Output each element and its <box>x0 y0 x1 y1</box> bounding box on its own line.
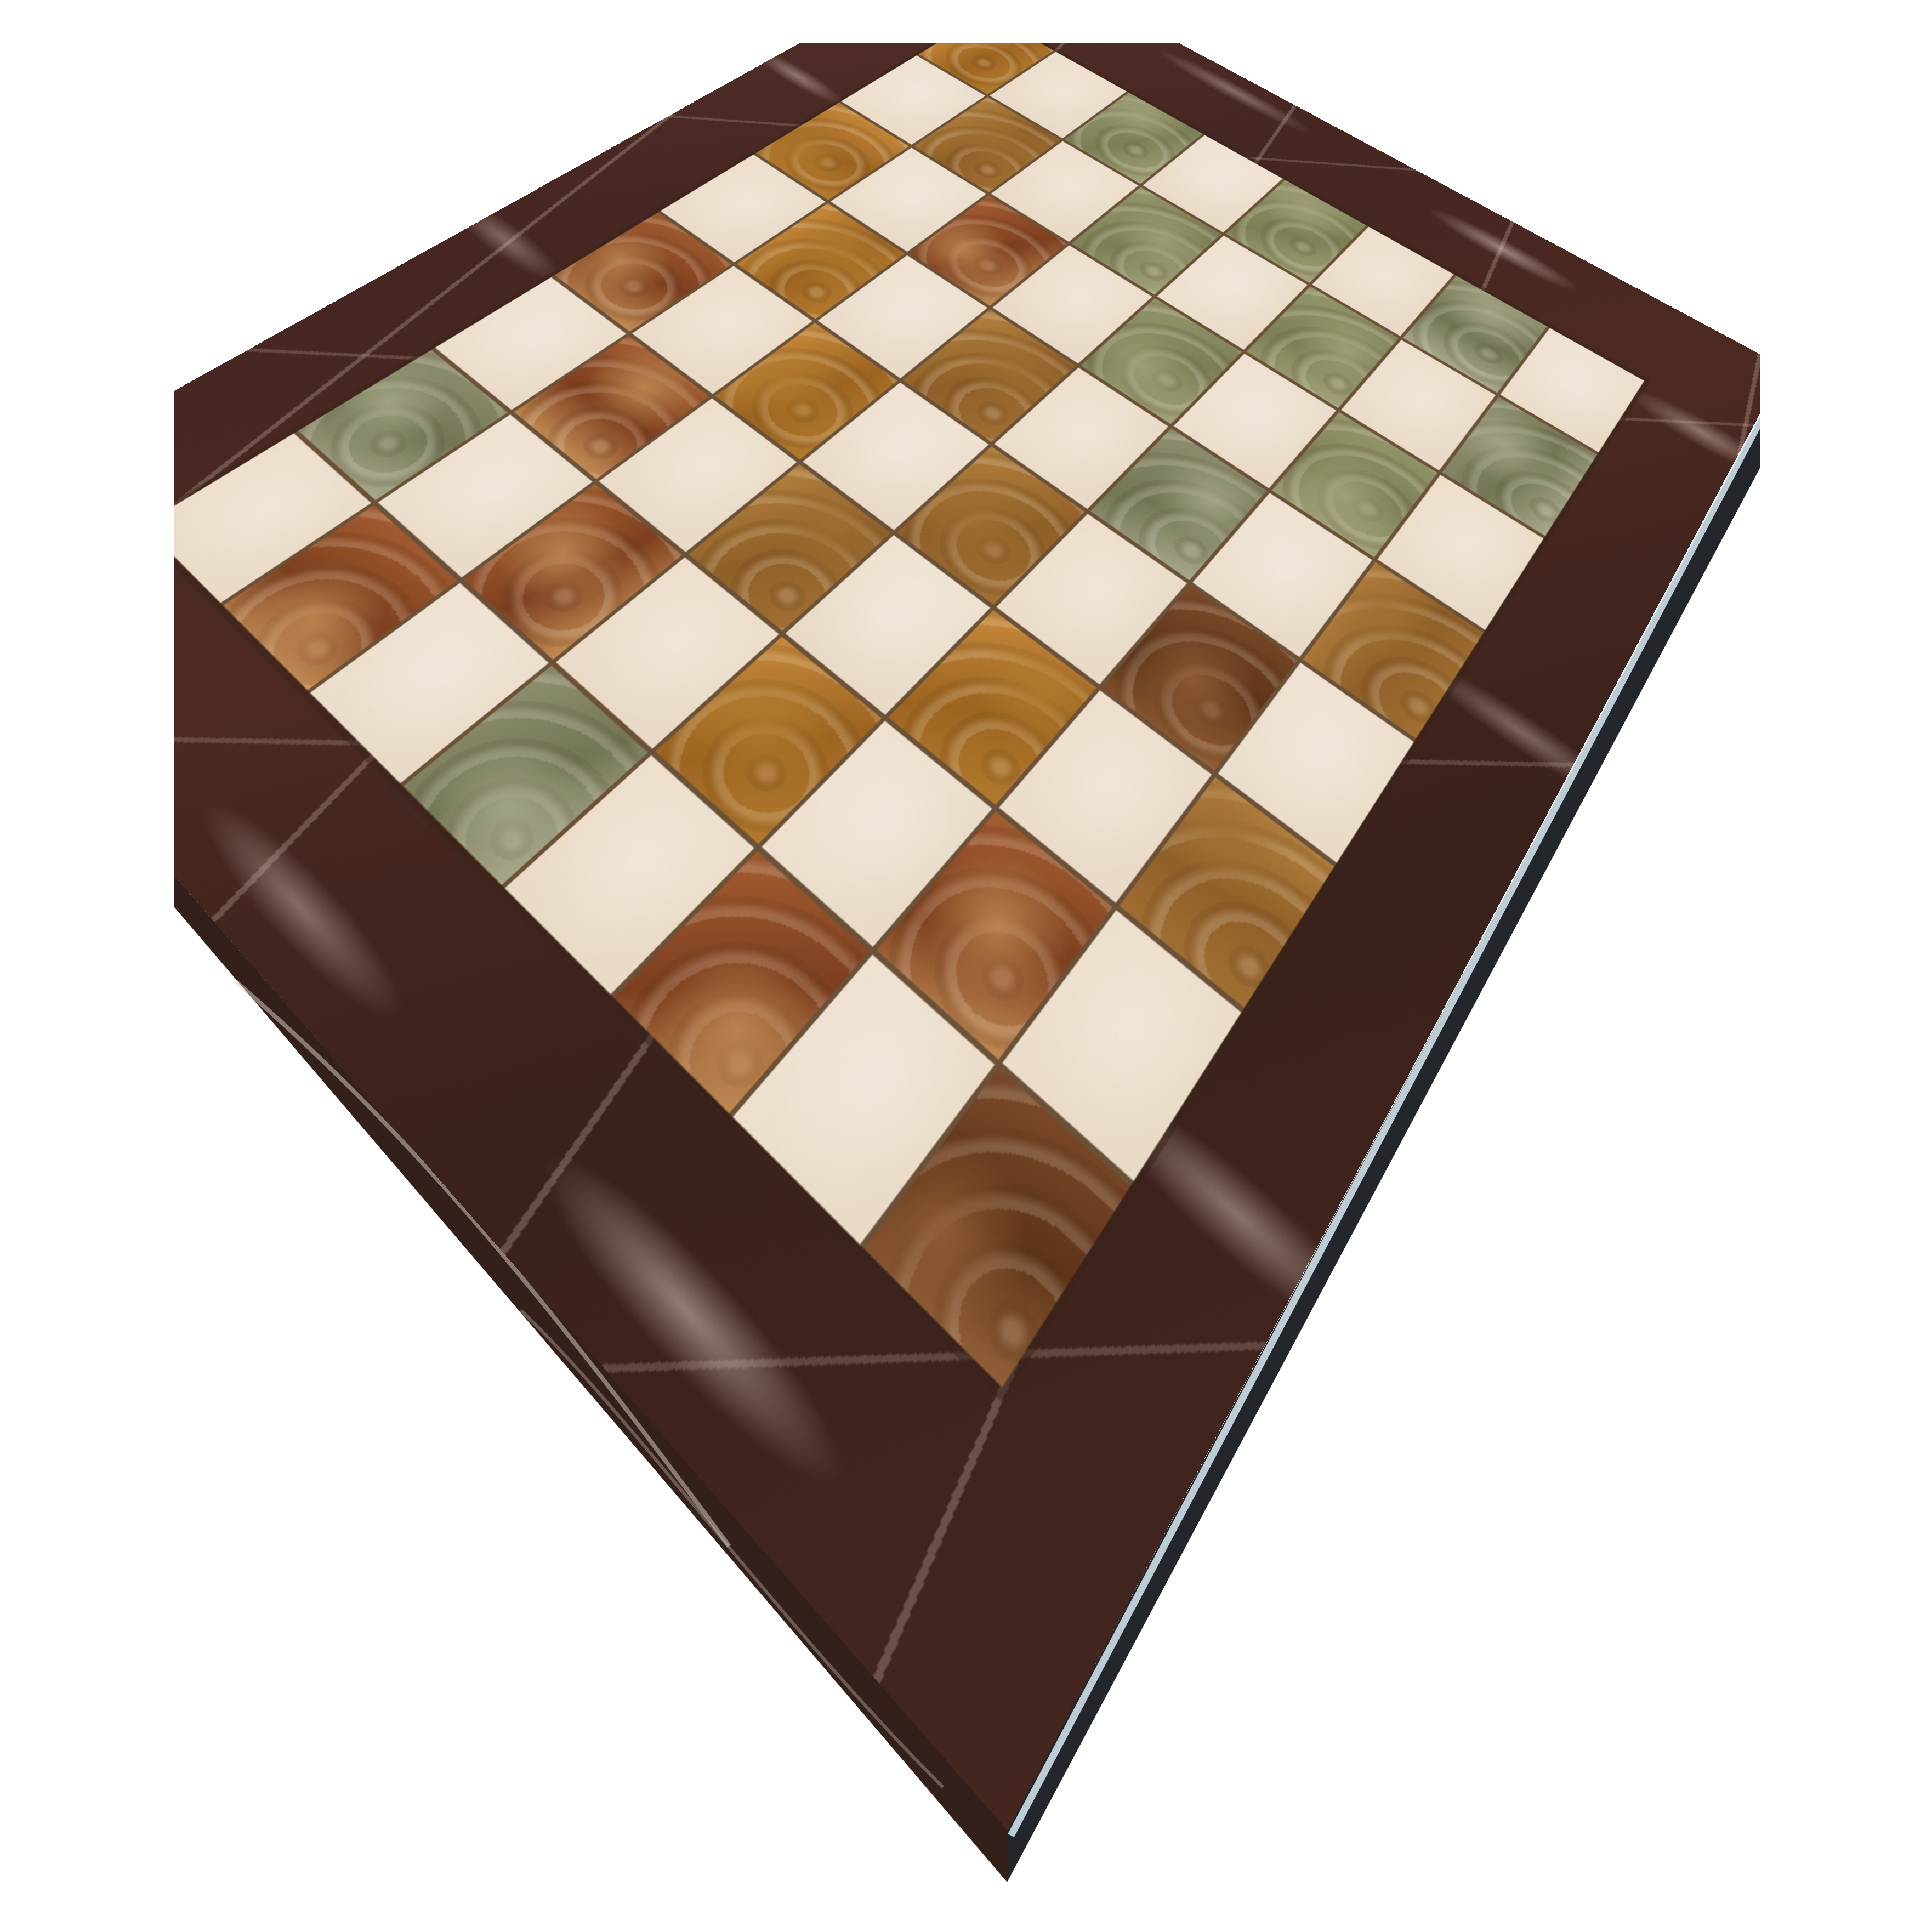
photo-canvas <box>0 0 1932 1932</box>
photo-area <box>0 0 1932 1932</box>
